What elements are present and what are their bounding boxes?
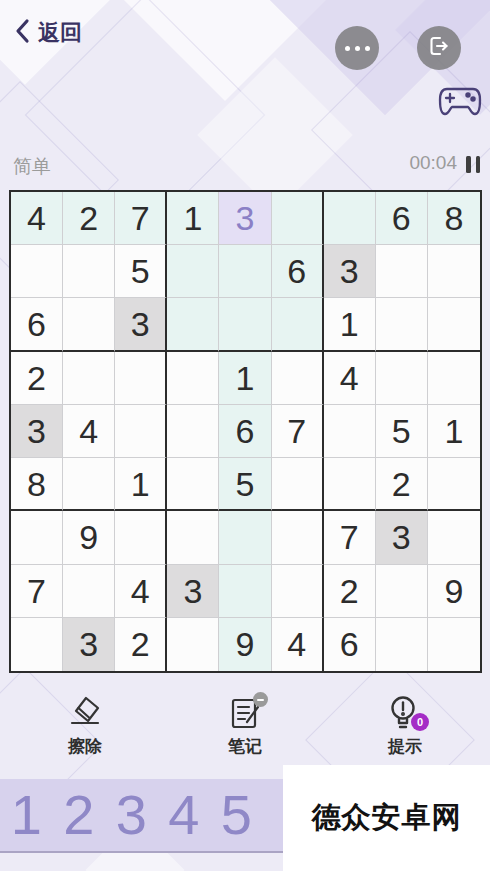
cell-r9c2[interactable]: 3	[63, 618, 115, 671]
cell-r6c9[interactable]	[428, 458, 480, 511]
cell-r9c6[interactable]: 4	[272, 618, 324, 671]
timer: 00:04	[409, 152, 457, 174]
cell-r2c7[interactable]: 3	[324, 245, 376, 298]
cell-r6c5[interactable]: 5	[219, 458, 271, 511]
cell-r8c3[interactable]: 4	[115, 565, 167, 618]
cell-r3c2[interactable]	[63, 298, 115, 351]
cell-r4c8[interactable]	[376, 352, 428, 405]
cell-r4c3[interactable]	[115, 352, 167, 405]
notes-mode-badge	[253, 692, 268, 707]
cell-r9c7[interactable]: 6	[324, 618, 376, 671]
cell-r5c1[interactable]: 3	[11, 405, 63, 458]
cell-r2c6[interactable]: 6	[272, 245, 324, 298]
cell-r2c4[interactable]	[167, 245, 219, 298]
cell-r9c1[interactable]	[11, 618, 63, 671]
cell-r4c9[interactable]	[428, 352, 480, 405]
toolbar: 擦除 笔记 0 提示	[0, 694, 490, 766]
eraser-icon	[65, 694, 105, 734]
cell-r7c5[interactable]	[219, 511, 271, 564]
cell-r6c1[interactable]: 8	[11, 458, 63, 511]
logout-icon	[427, 34, 451, 62]
cell-r5c4[interactable]	[167, 405, 219, 458]
cell-r1c8[interactable]: 6	[376, 192, 428, 245]
numpad-5[interactable]: 5	[210, 778, 263, 852]
cell-r2c3[interactable]: 5	[115, 245, 167, 298]
cell-r6c6[interactable]	[272, 458, 324, 511]
cell-r3c1[interactable]: 6	[11, 298, 63, 351]
hint-label: 提示	[388, 735, 422, 758]
cell-r7c8[interactable]: 3	[376, 511, 428, 564]
gamepad-icon[interactable]	[437, 80, 483, 126]
cell-r7c4[interactable]	[167, 511, 219, 564]
cell-r7c3[interactable]	[115, 511, 167, 564]
cell-r3c7[interactable]: 1	[324, 298, 376, 351]
cell-r3c6[interactable]	[272, 298, 324, 351]
cell-r1c3[interactable]: 7	[115, 192, 167, 245]
cell-r3c4[interactable]	[167, 298, 219, 351]
hint-count-badge: 0	[411, 713, 429, 731]
cell-r2c5[interactable]	[219, 245, 271, 298]
lightbulb-icon: 0	[385, 694, 425, 734]
cell-r7c7[interactable]: 7	[324, 511, 376, 564]
watermark: 德众安卓网	[283, 765, 490, 871]
chevron-left-icon	[14, 18, 30, 48]
cell-r9c8[interactable]	[376, 618, 428, 671]
cell-r8c1[interactable]: 7	[11, 565, 63, 618]
status-row: 简单 00:04	[0, 152, 490, 182]
cell-r4c6[interactable]	[272, 352, 324, 405]
numpad-1[interactable]: 1	[0, 778, 53, 852]
notes-button[interactable]: 笔记	[200, 694, 290, 758]
cell-r2c9[interactable]	[428, 245, 480, 298]
cell-r8c5[interactable]	[219, 565, 271, 618]
hint-button[interactable]: 0 提示	[360, 694, 450, 758]
cell-r4c4[interactable]	[167, 352, 219, 405]
cell-r5c9[interactable]: 1	[428, 405, 480, 458]
notes-icon	[225, 694, 265, 734]
cell-r1c1[interactable]: 4	[11, 192, 63, 245]
cell-r8c7[interactable]: 2	[324, 565, 376, 618]
cell-r5c5[interactable]: 6	[219, 405, 271, 458]
cell-r1c2[interactable]: 2	[63, 192, 115, 245]
cell-r6c2[interactable]	[63, 458, 115, 511]
pause-button[interactable]	[466, 154, 480, 173]
cell-r3c9[interactable]	[428, 298, 480, 351]
notes-label: 笔记	[228, 735, 262, 758]
exit-button[interactable]	[417, 26, 461, 70]
cell-r7c6[interactable]	[272, 511, 324, 564]
sudoku-grid: 427136856363121434675181529737432932946	[9, 190, 482, 673]
cell-r6c4[interactable]	[167, 458, 219, 511]
cell-r5c8[interactable]: 5	[376, 405, 428, 458]
cell-r9c5[interactable]: 9	[219, 618, 271, 671]
cell-r3c3[interactable]: 3	[115, 298, 167, 351]
cell-r8c9[interactable]: 9	[428, 565, 480, 618]
cell-r9c3[interactable]: 2	[115, 618, 167, 671]
cell-r8c2[interactable]	[63, 565, 115, 618]
erase-label: 擦除	[68, 735, 102, 758]
cell-r3c8[interactable]	[376, 298, 428, 351]
cell-r5c6[interactable]: 7	[272, 405, 324, 458]
cell-r1c5[interactable]: 3	[219, 192, 271, 245]
cell-r4c7[interactable]: 4	[324, 352, 376, 405]
cell-r7c9[interactable]	[428, 511, 480, 564]
cell-r6c7[interactable]	[324, 458, 376, 511]
cell-r1c9[interactable]: 8	[428, 192, 480, 245]
more-button[interactable]	[335, 26, 379, 70]
cell-r3c5[interactable]	[219, 298, 271, 351]
numpad-2[interactable]: 2	[53, 778, 106, 852]
cell-r4c5[interactable]: 1	[219, 352, 271, 405]
cell-r8c6[interactable]	[272, 565, 324, 618]
cell-r8c4[interactable]: 3	[167, 565, 219, 618]
numpad-3[interactable]: 3	[105, 778, 158, 852]
cell-r1c7[interactable]	[324, 192, 376, 245]
back-label: 返回	[38, 18, 82, 48]
cell-r6c8[interactable]: 2	[376, 458, 428, 511]
cell-r8c8[interactable]	[376, 565, 428, 618]
cell-r5c2[interactable]: 4	[63, 405, 115, 458]
cell-r4c2[interactable]	[63, 352, 115, 405]
watermark-text: 德众安卓网	[312, 798, 462, 838]
cell-r9c9[interactable]	[428, 618, 480, 671]
cell-r2c2[interactable]	[63, 245, 115, 298]
cell-r5c7[interactable]	[324, 405, 376, 458]
numpad-4[interactable]: 4	[158, 778, 211, 852]
header: 返回 简单 00:04	[0, 0, 490, 185]
ellipsis-icon	[345, 46, 370, 51]
difficulty-label: 简单	[13, 154, 51, 180]
cell-r4c1[interactable]: 2	[11, 352, 63, 405]
erase-button[interactable]: 擦除	[40, 694, 130, 758]
cell-r5c3[interactable]	[115, 405, 167, 458]
cell-r7c1[interactable]	[11, 511, 63, 564]
cell-r1c4[interactable]: 1	[167, 192, 219, 245]
cell-r1c6[interactable]	[272, 192, 324, 245]
back-button[interactable]: 返回	[14, 18, 82, 48]
cell-r2c1[interactable]	[11, 245, 63, 298]
cell-r6c3[interactable]: 1	[115, 458, 167, 511]
cell-r2c8[interactable]	[376, 245, 428, 298]
cell-r7c2[interactable]: 9	[63, 511, 115, 564]
cell-r9c4[interactable]	[167, 618, 219, 671]
